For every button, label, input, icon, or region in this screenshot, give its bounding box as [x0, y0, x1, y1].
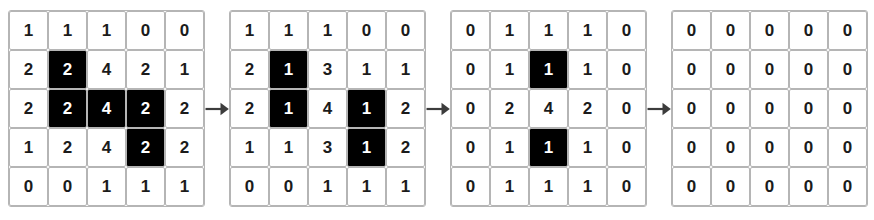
- cell-r4c2: 1: [269, 128, 308, 167]
- grid-step-4: 0000000000000000000000000: [671, 10, 868, 207]
- cell-r1c4: 0: [789, 11, 828, 50]
- cell-r5c3: 1: [529, 167, 568, 206]
- cell-r4c1: 0: [672, 128, 711, 167]
- cell-r1c3: 1: [87, 11, 126, 50]
- cell-r2c1: 0: [451, 50, 490, 89]
- cell-r4c2: 1: [490, 128, 529, 167]
- cell-r5c4: 1: [568, 167, 607, 206]
- cell-r4c4: 1: [568, 128, 607, 167]
- cell-r1c1: 1: [230, 11, 269, 50]
- cell-r2c4: 0: [789, 50, 828, 89]
- cell-r5c4: 1: [126, 167, 165, 206]
- cell-r5c5: 0: [607, 167, 646, 206]
- cell-r5c3: 1: [308, 167, 347, 206]
- cell-r5c2: 0: [48, 167, 87, 206]
- cell-r3c3: 4: [529, 89, 568, 128]
- grid-step-1: 1110022421224221242200111: [8, 10, 205, 207]
- cell-r1c2: 1: [269, 11, 308, 50]
- cell-r5c2: 1: [490, 167, 529, 206]
- cell-r5c5: 0: [828, 167, 867, 206]
- cell-r2c2-black: 2: [48, 50, 87, 89]
- cell-r2c3: 3: [308, 50, 347, 89]
- cell-r4c4-black: 2: [126, 128, 165, 167]
- grid-sequence: 1110022421224221242200111 11100213112141…: [0, 0, 874, 207]
- grid-step-3: 0111001110024200111001110: [450, 10, 647, 207]
- cell-r3c2: 0: [711, 89, 750, 128]
- cell-r2c5: 0: [828, 50, 867, 89]
- cell-r2c3-black: 1: [529, 50, 568, 89]
- cell-r2c5: 1: [165, 50, 204, 89]
- cell-r5c5: 1: [165, 167, 204, 206]
- cell-r5c5: 1: [386, 167, 425, 206]
- cell-r5c1: 0: [230, 167, 269, 206]
- cell-r3c1: 0: [672, 89, 711, 128]
- cell-r1c2: 1: [490, 11, 529, 50]
- cell-r1c2: 0: [711, 11, 750, 50]
- cell-r1c1: 1: [9, 11, 48, 50]
- cell-r5c1: 0: [451, 167, 490, 206]
- cell-r5c3: 1: [87, 167, 126, 206]
- cell-r4c2: 2: [48, 128, 87, 167]
- cell-r3c2-black: 2: [48, 89, 87, 128]
- cell-r4c3-black: 1: [529, 128, 568, 167]
- cell-r5c1: 0: [672, 167, 711, 206]
- cell-r3c1: 0: [451, 89, 490, 128]
- grid-step-2: 1110021311214121131200111: [229, 10, 426, 207]
- cell-r3c5: 2: [165, 89, 204, 128]
- cell-r3c3: 0: [750, 89, 789, 128]
- cell-r1c2: 1: [48, 11, 87, 50]
- cell-r2c1: 2: [230, 50, 269, 89]
- cell-r1c5: 0: [607, 11, 646, 50]
- cell-r4c2: 0: [711, 128, 750, 167]
- cell-r5c2: 0: [711, 167, 750, 206]
- cell-r2c2: 1: [490, 50, 529, 89]
- cell-r1c3: 0: [750, 11, 789, 50]
- cell-r3c4: 0: [789, 89, 828, 128]
- cell-r3c3: 4: [308, 89, 347, 128]
- cell-r3c5: 0: [828, 89, 867, 128]
- cell-r3c4-black: 2: [126, 89, 165, 128]
- cell-r2c4: 2: [126, 50, 165, 89]
- cell-r2c3: 4: [87, 50, 126, 89]
- cell-r5c4: 1: [347, 167, 386, 206]
- cell-r4c1: 1: [230, 128, 269, 167]
- cell-r4c4-black: 1: [347, 128, 386, 167]
- cell-r1c5: 0: [828, 11, 867, 50]
- cell-r3c1: 2: [230, 89, 269, 128]
- cell-r4c5: 2: [386, 128, 425, 167]
- cell-r4c5: 0: [828, 128, 867, 167]
- cell-r4c1: 0: [451, 128, 490, 167]
- cell-r1c4: 0: [347, 11, 386, 50]
- cell-r1c1: 0: [451, 11, 490, 50]
- cell-r1c3: 1: [308, 11, 347, 50]
- cell-r2c3: 0: [750, 50, 789, 89]
- cell-r4c3: 0: [750, 128, 789, 167]
- cell-r3c5: 0: [607, 89, 646, 128]
- cell-r4c5: 2: [165, 128, 204, 167]
- cell-r4c1: 1: [9, 128, 48, 167]
- arrow-icon: [205, 101, 229, 117]
- cell-r4c4: 0: [789, 128, 828, 167]
- cell-r3c2: 2: [490, 89, 529, 128]
- cell-r5c2: 0: [269, 167, 308, 206]
- cell-r3c4-black: 1: [347, 89, 386, 128]
- cell-r2c5: 0: [607, 50, 646, 89]
- cell-r1c4: 1: [568, 11, 607, 50]
- cell-r3c5: 2: [386, 89, 425, 128]
- cell-r4c3: 3: [308, 128, 347, 167]
- cell-r1c1: 0: [672, 11, 711, 50]
- cell-r5c3: 0: [750, 167, 789, 206]
- cell-r2c4: 1: [347, 50, 386, 89]
- cell-r5c1: 0: [9, 167, 48, 206]
- cell-r2c2: 0: [711, 50, 750, 89]
- cell-r1c5: 0: [386, 11, 425, 50]
- arrow-icon: [647, 101, 671, 117]
- cell-r3c4: 2: [568, 89, 607, 128]
- cell-r2c1: 0: [672, 50, 711, 89]
- cell-r2c1: 2: [9, 50, 48, 89]
- cell-r3c3-black: 4: [87, 89, 126, 128]
- cell-r1c4: 0: [126, 11, 165, 50]
- cell-r3c1: 2: [9, 89, 48, 128]
- cell-r2c5: 1: [386, 50, 425, 89]
- cell-r3c2-black: 1: [269, 89, 308, 128]
- cell-r1c3: 1: [529, 11, 568, 50]
- cell-r4c5: 0: [607, 128, 646, 167]
- cell-r2c4: 1: [568, 50, 607, 89]
- cell-r4c3: 4: [87, 128, 126, 167]
- cell-r2c2-black: 1: [269, 50, 308, 89]
- cell-r1c5: 0: [165, 11, 204, 50]
- cell-r5c4: 0: [789, 167, 828, 206]
- arrow-icon: [426, 101, 450, 117]
